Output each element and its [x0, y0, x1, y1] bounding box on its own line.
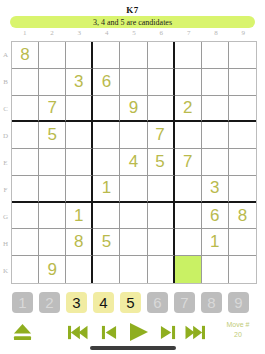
cell-D4[interactable] — [93, 122, 120, 149]
cell-K1[interactable] — [12, 256, 39, 283]
cell-K7[interactable] — [175, 256, 202, 283]
skip-to-end-button[interactable] — [185, 323, 206, 342]
cell-F3[interactable] — [66, 176, 93, 203]
cell-K2[interactable]: 9 — [39, 256, 66, 283]
cell-F9[interactable] — [229, 176, 256, 203]
cell-B6[interactable] — [148, 69, 175, 96]
row-label-G: G — [0, 203, 11, 230]
cell-E2[interactable] — [39, 149, 66, 176]
cell-F8[interactable]: 3 — [202, 176, 229, 203]
cell-H5[interactable] — [120, 229, 147, 256]
cell-A9[interactable] — [229, 42, 256, 69]
row-label-H: H — [0, 230, 11, 257]
cell-D2[interactable]: 5 — [39, 122, 66, 149]
cell-B8[interactable] — [202, 69, 229, 96]
move-status: Move # 20 — [216, 320, 260, 340]
cell-B5[interactable] — [120, 69, 147, 96]
step-forward-button[interactable] — [160, 323, 176, 342]
cell-C8[interactable] — [202, 96, 229, 123]
cell-F6[interactable] — [148, 176, 175, 203]
cell-F1[interactable] — [12, 176, 39, 203]
cell-B4[interactable]: 6 — [93, 69, 120, 96]
cell-B9[interactable] — [229, 69, 256, 96]
cell-H4[interactable]: 5 — [93, 229, 120, 256]
cell-H8[interactable]: 1 — [202, 229, 229, 256]
sudoku-board: 83679257457131688519 — [11, 41, 257, 284]
cell-H9[interactable] — [229, 229, 256, 256]
col-label-4: 4 — [93, 28, 120, 39]
cell-D7[interactable] — [175, 122, 202, 149]
cell-G4[interactable] — [93, 203, 120, 230]
cell-G5[interactable] — [120, 203, 147, 230]
cell-E9[interactable] — [229, 149, 256, 176]
numpad-key-6[interactable]: 6 — [147, 292, 168, 313]
cell-E5[interactable]: 4 — [120, 149, 147, 176]
cell-D6[interactable]: 7 — [148, 122, 175, 149]
cell-K6[interactable] — [148, 256, 175, 283]
cell-C3[interactable] — [66, 96, 93, 123]
cell-H1[interactable] — [12, 229, 39, 256]
column-labels: 123456789 — [11, 28, 257, 39]
cell-F4[interactable]: 1 — [93, 176, 120, 203]
numpad-key-3[interactable]: 3 — [66, 292, 87, 313]
cell-C6[interactable] — [148, 96, 175, 123]
cell-G9[interactable]: 8 — [229, 203, 256, 230]
cell-A5[interactable] — [120, 42, 147, 69]
cell-G6[interactable] — [148, 203, 175, 230]
cell-B1[interactable] — [12, 69, 39, 96]
step-back-icon — [101, 323, 117, 342]
numpad-key-8[interactable]: 8 — [201, 292, 222, 313]
play-button[interactable] — [128, 321, 150, 343]
cell-A6[interactable] — [148, 42, 175, 69]
page-title: K7 — [0, 5, 265, 15]
col-label-8: 8 — [202, 28, 229, 39]
cell-E6[interactable]: 5 — [148, 149, 175, 176]
cell-H2[interactable] — [39, 229, 66, 256]
cell-F2[interactable] — [39, 176, 66, 203]
numpad-key-9[interactable]: 9 — [228, 292, 249, 313]
cell-C5[interactable]: 9 — [120, 96, 147, 123]
row-label-A: A — [0, 41, 11, 68]
cell-H3[interactable]: 8 — [66, 229, 93, 256]
col-label-5: 5 — [120, 28, 147, 39]
numpad-key-1[interactable]: 1 — [12, 292, 33, 313]
cell-A3[interactable] — [66, 42, 93, 69]
cell-G1[interactable] — [12, 203, 39, 230]
cell-D8[interactable] — [202, 122, 229, 149]
numpad-key-2[interactable]: 2 — [39, 292, 60, 313]
cell-E3[interactable] — [66, 149, 93, 176]
skip-to-start-icon — [67, 323, 88, 342]
cell-E4[interactable] — [93, 149, 120, 176]
cell-D5[interactable] — [120, 122, 147, 149]
cell-G7[interactable] — [175, 203, 202, 230]
cell-B7[interactable] — [175, 69, 202, 96]
row-label-D: D — [0, 122, 11, 149]
numpad-key-5[interactable]: 5 — [120, 292, 141, 313]
home-indicator[interactable] — [90, 346, 176, 350]
col-label-2: 2 — [38, 28, 65, 39]
cell-A2[interactable] — [39, 42, 66, 69]
cell-K3[interactable] — [66, 256, 93, 283]
row-label-C: C — [0, 95, 11, 122]
move-number: 20 — [216, 330, 260, 340]
skip-to-start-button[interactable] — [67, 323, 88, 342]
eject-icon — [13, 322, 32, 342]
cell-K4[interactable] — [93, 256, 120, 283]
cell-E1[interactable] — [12, 149, 39, 176]
col-label-7: 7 — [175, 28, 202, 39]
skip-to-end-icon — [185, 323, 206, 342]
col-label-6: 6 — [148, 28, 175, 39]
eject-button[interactable] — [13, 322, 32, 342]
col-label-3: 3 — [66, 28, 93, 39]
cell-C2[interactable]: 7 — [39, 96, 66, 123]
cell-F5[interactable] — [120, 176, 147, 203]
cell-D9[interactable] — [229, 122, 256, 149]
cell-C4[interactable] — [93, 96, 120, 123]
banner-text: 3, 4 and 5 are candidates — [93, 18, 172, 27]
number-pad: 123456789 — [12, 292, 249, 313]
cell-K9[interactable] — [229, 256, 256, 283]
cell-G2[interactable] — [39, 203, 66, 230]
cell-F7[interactable] — [175, 176, 202, 203]
move-label: Move # — [216, 320, 260, 330]
step-forward-icon — [160, 323, 176, 342]
row-label-F: F — [0, 176, 11, 203]
cell-A7[interactable] — [175, 42, 202, 69]
cell-C9[interactable] — [229, 96, 256, 123]
cell-D1[interactable] — [12, 122, 39, 149]
cell-C1[interactable] — [12, 96, 39, 123]
cell-H7[interactable] — [175, 229, 202, 256]
cell-K5[interactable] — [120, 256, 147, 283]
row-label-K: K — [0, 257, 11, 284]
numpad-key-7[interactable]: 7 — [174, 292, 195, 313]
col-label-1: 1 — [11, 28, 38, 39]
cell-B3[interactable]: 3 — [66, 69, 93, 96]
cell-G3[interactable]: 1 — [66, 203, 93, 230]
step-back-button[interactable] — [101, 323, 117, 342]
cell-A1[interactable]: 8 — [12, 42, 39, 69]
play-icon — [128, 321, 150, 343]
row-labels: ABCDEFGHK — [0, 41, 11, 284]
cell-K8[interactable] — [202, 256, 229, 283]
cell-A8[interactable] — [202, 42, 229, 69]
cell-A4[interactable] — [93, 42, 120, 69]
numpad-key-4[interactable]: 4 — [93, 292, 114, 313]
candidates-banner: 3, 4 and 5 are candidates — [10, 16, 255, 28]
cell-B2[interactable] — [39, 69, 66, 96]
col-label-9: 9 — [230, 28, 257, 39]
cell-D3[interactable] — [66, 122, 93, 149]
row-label-E: E — [0, 149, 11, 176]
cell-E8[interactable] — [202, 149, 229, 176]
row-label-B: B — [0, 68, 11, 95]
cell-G8[interactable]: 6 — [202, 203, 229, 230]
cell-E7[interactable]: 7 — [175, 149, 202, 176]
cell-H6[interactable] — [148, 229, 175, 256]
cell-C7[interactable]: 2 — [175, 96, 202, 123]
